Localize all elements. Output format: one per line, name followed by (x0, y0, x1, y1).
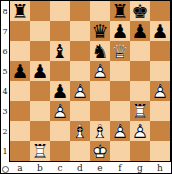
rank-label-7: 7 (1, 21, 9, 41)
white-r-piece-fill: ♜ (130, 101, 150, 121)
square-g2[interactable]: ♟♙ (130, 121, 150, 141)
black-piece-c4: ♟ (50, 81, 70, 101)
white-piece-b1: ♖ (30, 141, 50, 161)
white-p-piece-fill: ♟ (50, 101, 70, 121)
black-piece-c6: ♝ (50, 41, 70, 61)
square-f8[interactable]: ♜ (110, 1, 130, 21)
square-e4[interactable] (90, 81, 110, 101)
square-b8[interactable] (30, 1, 50, 21)
square-f1[interactable] (110, 141, 130, 161)
white-piece-e2: ♗ (90, 121, 110, 141)
rank-label-6: 6 (1, 41, 9, 61)
square-d1[interactable] (70, 141, 90, 161)
square-c8[interactable] (50, 1, 70, 21)
square-a5[interactable]: ♟ (10, 61, 30, 81)
square-g8[interactable]: ♚ (130, 1, 150, 21)
square-b4[interactable] (30, 81, 50, 101)
square-f5[interactable] (110, 61, 130, 81)
square-a1[interactable] (10, 141, 30, 161)
white-q-piece-fill: ♛ (110, 41, 130, 61)
square-b3[interactable] (30, 101, 50, 121)
square-e2[interactable]: ♝♗ (90, 121, 110, 141)
white-piece-g3: ♖ (130, 101, 150, 121)
square-e8[interactable] (90, 1, 110, 21)
rank-label-2: 2 (1, 122, 9, 142)
black-piece-g7: ♟ (130, 21, 150, 41)
chess-board: ♜♜♚♛♟♟♟♝♞♛♕♟♟♟♙♟♟♙♟♙♟♙♜♖♝♗♝♗♟♙♟♙♜♖♚♔ (9, 1, 171, 162)
square-d6[interactable] (70, 41, 90, 61)
black-piece-e6: ♞ (90, 41, 110, 61)
white-piece-c3: ♙ (50, 101, 70, 121)
rank-label-5: 5 (1, 61, 9, 81)
rank-label-3: 3 (1, 102, 9, 122)
square-d7[interactable] (70, 21, 90, 41)
square-f3[interactable] (110, 101, 130, 121)
square-f4[interactable] (110, 81, 130, 101)
white-r-piece-fill: ♜ (30, 141, 50, 161)
white-p-piece-fill: ♟ (70, 81, 90, 101)
square-e3[interactable] (90, 101, 110, 121)
black-piece-f7: ♟ (110, 21, 130, 41)
square-h6[interactable] (150, 41, 170, 61)
square-h8[interactable] (150, 1, 170, 21)
white-p-piece-fill: ♟ (150, 81, 170, 101)
file-label-e: e (90, 163, 110, 174)
square-c3[interactable]: ♟♙ (50, 101, 70, 121)
square-d5[interactable] (70, 61, 90, 81)
square-g3[interactable]: ♜♖ (130, 101, 150, 121)
square-h4[interactable]: ♟♙ (150, 81, 170, 101)
white-k-piece-fill: ♚ (90, 141, 110, 161)
black-piece-a8: ♜ (10, 1, 30, 21)
square-d3[interactable] (70, 101, 90, 121)
file-label-h: h (150, 163, 170, 174)
white-piece-f6: ♕ (110, 41, 130, 61)
square-e5[interactable]: ♟♙ (90, 61, 110, 81)
square-h7[interactable]: ♟ (150, 21, 170, 41)
white-piece-e5: ♙ (90, 61, 110, 81)
file-label-a: a (10, 163, 30, 174)
black-piece-g8: ♚ (130, 1, 150, 21)
file-label-g: g (130, 163, 150, 174)
square-h1[interactable] (150, 141, 170, 161)
white-b-piece-fill: ♝ (90, 121, 110, 141)
square-f6[interactable]: ♛♕ (110, 41, 130, 61)
file-label-b: b (30, 163, 50, 174)
square-c5[interactable] (50, 61, 70, 81)
square-e7[interactable]: ♛ (90, 21, 110, 41)
white-p-piece-fill: ♟ (110, 121, 130, 141)
square-g1[interactable] (130, 141, 150, 161)
square-e1[interactable]: ♚♔ (90, 141, 110, 161)
square-h3[interactable] (150, 101, 170, 121)
square-g5[interactable] (130, 61, 150, 81)
square-c1[interactable] (50, 141, 70, 161)
white-piece-d2: ♗ (70, 121, 90, 141)
white-p-piece-fill: ♟ (130, 121, 150, 141)
file-labels: abcdefgh (10, 163, 171, 174)
square-e6[interactable]: ♞ (90, 41, 110, 61)
white-to-move-indicator (2, 166, 9, 173)
file-label-f: f (110, 163, 130, 174)
square-d8[interactable] (70, 1, 90, 21)
white-piece-f2: ♙ (110, 121, 130, 141)
square-f2[interactable]: ♟♙ (110, 121, 130, 141)
black-piece-h7: ♟ (150, 21, 170, 41)
square-g6[interactable] (130, 41, 150, 61)
square-c6[interactable]: ♝ (50, 41, 70, 61)
rank-labels: 87654321 (1, 1, 9, 162)
white-piece-e1: ♔ (90, 141, 110, 161)
black-piece-f8: ♜ (110, 1, 130, 21)
square-a8[interactable]: ♜ (10, 1, 30, 21)
white-b-piece-fill: ♝ (70, 121, 90, 141)
black-piece-a5: ♟ (10, 61, 30, 81)
white-p-piece-fill: ♟ (90, 61, 110, 81)
square-g7[interactable]: ♟ (130, 21, 150, 41)
square-a6[interactable] (10, 41, 30, 61)
square-c2[interactable] (50, 121, 70, 141)
rank-label-4: 4 (1, 82, 9, 102)
square-b1[interactable]: ♜♖ (30, 141, 50, 161)
square-b6[interactable] (30, 41, 50, 61)
square-a3[interactable] (10, 101, 30, 121)
white-piece-h4: ♙ (150, 81, 170, 101)
chess-diagram: 87654321 ♜♜♚♛♟♟♟♝♞♛♕♟♟♟♙♟♟♙♟♙♟♙♜♖♝♗♝♗♟♙♟… (0, 0, 172, 174)
square-a2[interactable] (10, 121, 30, 141)
rank-label-1: 1 (1, 142, 9, 162)
square-a7[interactable] (10, 21, 30, 41)
square-h2[interactable] (150, 121, 170, 141)
square-c4[interactable]: ♟ (50, 81, 70, 101)
black-piece-b5: ♟ (30, 61, 50, 81)
square-a4[interactable] (10, 81, 30, 101)
file-label-d: d (70, 163, 90, 174)
square-g4[interactable] (130, 81, 150, 101)
square-b7[interactable] (30, 21, 50, 41)
white-piece-g2: ♙ (130, 121, 150, 141)
black-piece-e7: ♛ (90, 21, 110, 41)
square-d2[interactable]: ♝♗ (70, 121, 90, 141)
square-b5[interactable]: ♟ (30, 61, 50, 81)
square-c7[interactable] (50, 21, 70, 41)
square-d4[interactable]: ♟♙ (70, 81, 90, 101)
square-f7[interactable]: ♟ (110, 21, 130, 41)
rank-label-8: 8 (1, 1, 9, 21)
white-piece-d4: ♙ (70, 81, 90, 101)
square-b2[interactable] (30, 121, 50, 141)
square-h5[interactable] (150, 61, 170, 81)
file-label-c: c (50, 163, 70, 174)
